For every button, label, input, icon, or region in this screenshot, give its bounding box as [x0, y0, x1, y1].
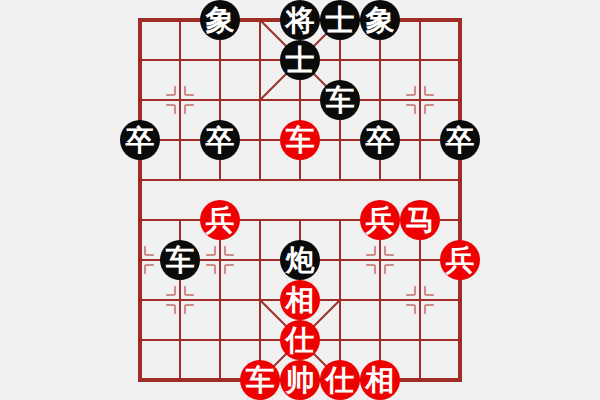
- piece-black-elephant[interactable]: 象: [200, 0, 240, 40]
- piece-black-soldier[interactable]: 卒: [120, 120, 160, 160]
- piece-red-soldier[interactable]: 兵: [440, 240, 480, 280]
- xiangqi-board: 象将士象士车卒卒车卒卒兵兵马车炮兵相仕车帅仕相: [0, 0, 600, 400]
- piece-red-advisor[interactable]: 仕: [320, 360, 360, 400]
- piece-red-general[interactable]: 帅: [280, 360, 320, 400]
- piece-black-chariot[interactable]: 车: [320, 80, 360, 120]
- piece-red-advisor[interactable]: 仕: [280, 320, 320, 360]
- piece-red-chariot[interactable]: 车: [240, 360, 280, 400]
- piece-red-elephant[interactable]: 相: [360, 360, 400, 400]
- piece-black-elephant[interactable]: 象: [360, 0, 400, 40]
- piece-black-soldier[interactable]: 卒: [200, 120, 240, 160]
- piece-red-chariot[interactable]: 车: [280, 120, 320, 160]
- piece-black-advisor[interactable]: 士: [280, 40, 320, 80]
- piece-black-chariot[interactable]: 车: [160, 240, 200, 280]
- piece-red-soldier[interactable]: 兵: [200, 200, 240, 240]
- piece-black-cannon[interactable]: 炮: [280, 240, 320, 280]
- piece-red-elephant[interactable]: 相: [280, 280, 320, 320]
- piece-black-general[interactable]: 将: [280, 0, 320, 40]
- piece-red-soldier[interactable]: 兵: [360, 200, 400, 240]
- piece-red-horse[interactable]: 马: [400, 200, 440, 240]
- piece-black-soldier[interactable]: 卒: [360, 120, 400, 160]
- piece-black-advisor[interactable]: 士: [320, 0, 360, 40]
- piece-black-soldier[interactable]: 卒: [440, 120, 480, 160]
